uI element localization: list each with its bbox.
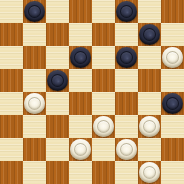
black-piece[interactable] [47,70,68,91]
square-r3c4[interactable] [92,69,115,92]
square-r6c0 [0,138,23,161]
square-r6c4 [92,138,115,161]
square-r2c2 [46,46,69,69]
white-piece[interactable] [24,93,45,114]
square-r7c2[interactable] [46,161,69,184]
piece-ring [143,120,156,133]
square-r0c3[interactable] [69,0,92,23]
square-r4c5[interactable] [115,92,138,115]
square-r7c3 [69,161,92,184]
square-r4c1[interactable] [23,92,46,115]
square-r5c5 [115,115,138,138]
square-r4c6 [138,92,161,115]
square-r6c3[interactable] [69,138,92,161]
square-r3c2[interactable] [46,69,69,92]
square-r7c4[interactable] [92,161,115,184]
white-piece[interactable] [116,139,137,160]
piece-ring [120,143,133,156]
square-r5c1 [23,115,46,138]
square-r5c4[interactable] [92,115,115,138]
square-r0c1[interactable] [23,0,46,23]
piece-ring [51,74,64,87]
white-piece[interactable] [139,162,160,183]
white-piece[interactable] [93,116,114,137]
piece-ring [28,97,41,110]
square-r0c4 [92,0,115,23]
square-r5c2[interactable] [46,115,69,138]
square-r6c2 [46,138,69,161]
square-r2c7[interactable] [161,46,184,69]
square-r2c5[interactable] [115,46,138,69]
piece-ring [143,166,156,179]
square-r5c7 [161,115,184,138]
square-r3c6[interactable] [138,69,161,92]
black-piece[interactable] [139,24,160,45]
square-r3c7 [161,69,184,92]
square-r2c6 [138,46,161,69]
square-r0c7[interactable] [161,0,184,23]
black-piece[interactable] [70,47,91,68]
piece-ring [97,120,110,133]
black-piece[interactable] [116,1,137,22]
square-r1c7 [161,23,184,46]
piece-ring [120,5,133,18]
white-piece[interactable] [70,139,91,160]
square-r3c3 [69,69,92,92]
square-r1c2[interactable] [46,23,69,46]
square-r6c5[interactable] [115,138,138,161]
square-r7c5 [115,161,138,184]
piece-ring [28,5,41,18]
black-piece[interactable] [162,93,183,114]
white-piece[interactable] [162,47,183,68]
black-piece[interactable] [24,1,45,22]
square-r4c0 [0,92,23,115]
square-r0c6 [138,0,161,23]
square-r0c2 [46,0,69,23]
square-r7c1 [23,161,46,184]
square-r7c0[interactable] [0,161,23,184]
square-r2c1[interactable] [23,46,46,69]
square-r5c6[interactable] [138,115,161,138]
square-r1c3 [69,23,92,46]
square-r1c6[interactable] [138,23,161,46]
square-r4c4 [92,92,115,115]
piece-ring [120,51,133,64]
square-r1c4[interactable] [92,23,115,46]
square-r2c3[interactable] [69,46,92,69]
square-r1c1 [23,23,46,46]
square-r3c0[interactable] [0,69,23,92]
square-r0c0 [0,0,23,23]
piece-ring [166,97,179,110]
piece-ring [74,143,87,156]
square-r2c4 [92,46,115,69]
piece-ring [166,51,179,64]
square-r1c5 [115,23,138,46]
square-r7c7 [161,161,184,184]
square-r3c1 [23,69,46,92]
black-piece[interactable] [116,47,137,68]
square-r6c6 [138,138,161,161]
square-r3c5 [115,69,138,92]
square-r7c6[interactable] [138,161,161,184]
piece-ring [74,51,87,64]
square-r6c7[interactable] [161,138,184,161]
square-r2c0 [0,46,23,69]
square-r0c5[interactable] [115,0,138,23]
square-r4c2 [46,92,69,115]
square-r5c3 [69,115,92,138]
square-r4c3[interactable] [69,92,92,115]
piece-ring [143,28,156,41]
white-piece[interactable] [139,116,160,137]
square-r1c0[interactable] [0,23,23,46]
square-r4c7[interactable] [161,92,184,115]
square-r6c1[interactable] [23,138,46,161]
square-r5c0[interactable] [0,115,23,138]
checkers-board [0,0,184,184]
